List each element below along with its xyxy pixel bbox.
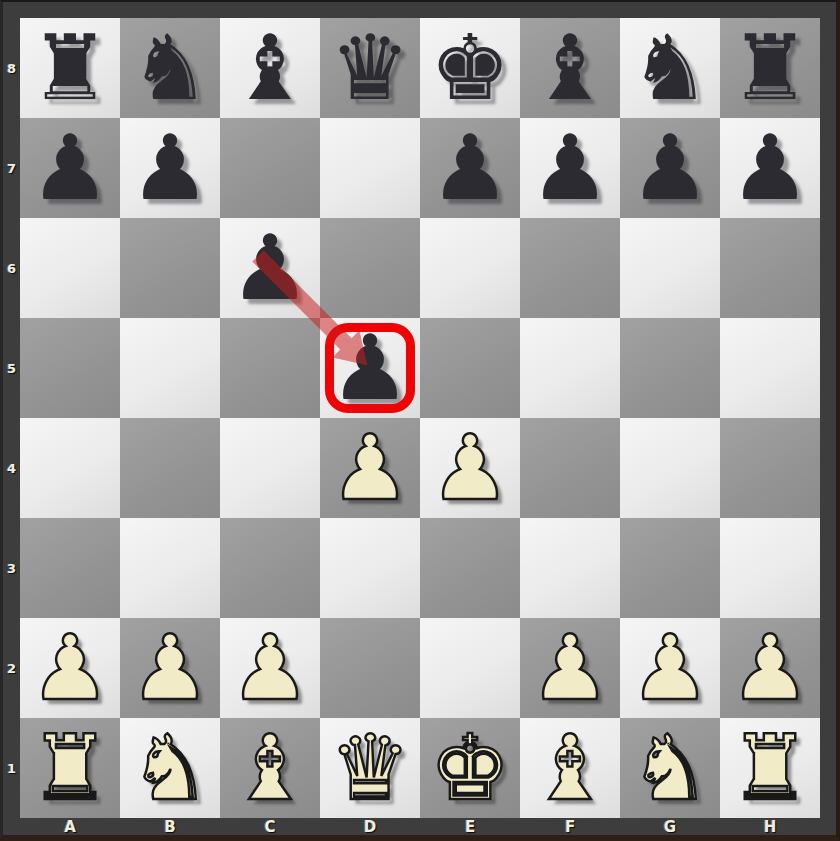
piece-black-rook[interactable]: ♜ bbox=[720, 18, 820, 118]
square-c8[interactable]: ♝ bbox=[220, 18, 320, 118]
piece-black-pawn[interactable]: ♟ bbox=[420, 118, 520, 218]
square-h4[interactable] bbox=[720, 418, 820, 518]
square-d4[interactable]: ♟ bbox=[320, 418, 420, 518]
piece-black-bishop[interactable]: ♝ bbox=[520, 18, 620, 118]
piece-white-queen[interactable]: ♛ bbox=[320, 718, 420, 818]
piece-black-queen[interactable]: ♛ bbox=[320, 18, 420, 118]
square-e3[interactable] bbox=[420, 518, 520, 618]
file-label-c: C bbox=[220, 818, 320, 835]
piece-white-pawn[interactable]: ♟ bbox=[220, 618, 320, 718]
rank-label-4: 4 bbox=[3, 418, 20, 518]
rank-label-1: 1 bbox=[3, 718, 20, 818]
square-f2[interactable]: ♟ bbox=[520, 618, 620, 718]
square-c3[interactable] bbox=[220, 518, 320, 618]
square-b3[interactable] bbox=[120, 518, 220, 618]
square-c7[interactable] bbox=[220, 118, 320, 218]
board: ♜♞♝♛♚♝♞♜♟♟♟♟♟♟♟♟♟♟♟♟♟♟♟♟♜♞♝♛♚♝♞♜ bbox=[20, 18, 820, 818]
chessboard-widget: ♜♞♝♛♚♝♞♜♟♟♟♟♟♟♟♟♟♟♟♟♟♟♟♟♜♞♝♛♚♝♞♜ 8765432… bbox=[0, 0, 840, 841]
square-a3[interactable] bbox=[20, 518, 120, 618]
square-a8[interactable]: ♜ bbox=[20, 18, 120, 118]
square-a4[interactable] bbox=[20, 418, 120, 518]
rank-label-5: 5 bbox=[3, 318, 20, 418]
file-label-d: D bbox=[320, 818, 420, 835]
square-f4[interactable] bbox=[520, 418, 620, 518]
piece-black-pawn[interactable]: ♟ bbox=[120, 118, 220, 218]
piece-white-pawn[interactable]: ♟ bbox=[620, 618, 720, 718]
square-g3[interactable] bbox=[620, 518, 720, 618]
rank-label-2: 2 bbox=[3, 618, 20, 718]
square-h7[interactable]: ♟ bbox=[720, 118, 820, 218]
square-e6[interactable] bbox=[420, 218, 520, 318]
piece-white-knight[interactable]: ♞ bbox=[620, 718, 720, 818]
piece-black-pawn[interactable]: ♟ bbox=[320, 318, 420, 418]
square-c6[interactable]: ♟ bbox=[220, 218, 320, 318]
square-h1[interactable]: ♜ bbox=[720, 718, 820, 818]
square-g2[interactable]: ♟ bbox=[620, 618, 720, 718]
file-label-a: A bbox=[20, 818, 120, 835]
file-label-g: G bbox=[620, 818, 720, 835]
piece-black-bishop[interactable]: ♝ bbox=[220, 18, 320, 118]
square-e8[interactable]: ♚ bbox=[420, 18, 520, 118]
square-d7[interactable] bbox=[320, 118, 420, 218]
piece-black-king[interactable]: ♚ bbox=[420, 18, 520, 118]
square-h2[interactable]: ♟ bbox=[720, 618, 820, 718]
square-h6[interactable] bbox=[720, 218, 820, 318]
piece-white-pawn[interactable]: ♟ bbox=[420, 418, 520, 518]
square-a7[interactable]: ♟ bbox=[20, 118, 120, 218]
file-label-h: H bbox=[720, 818, 820, 835]
square-c5[interactable] bbox=[220, 318, 320, 418]
square-h8[interactable]: ♜ bbox=[720, 18, 820, 118]
piece-black-knight[interactable]: ♞ bbox=[120, 18, 220, 118]
square-b5[interactable] bbox=[120, 318, 220, 418]
piece-black-pawn[interactable]: ♟ bbox=[220, 218, 320, 318]
rank-label-7: 7 bbox=[3, 118, 20, 218]
square-b7[interactable]: ♟ bbox=[120, 118, 220, 218]
file-label-b: B bbox=[120, 818, 220, 835]
piece-white-pawn[interactable]: ♟ bbox=[320, 418, 420, 518]
piece-white-bishop[interactable]: ♝ bbox=[520, 718, 620, 818]
piece-white-king[interactable]: ♚ bbox=[420, 718, 520, 818]
piece-black-pawn[interactable]: ♟ bbox=[20, 118, 120, 218]
square-d2[interactable] bbox=[320, 618, 420, 718]
square-c4[interactable] bbox=[220, 418, 320, 518]
piece-black-knight[interactable]: ♞ bbox=[620, 18, 720, 118]
file-labels: ABCDEFGH bbox=[20, 818, 820, 835]
square-g5[interactable] bbox=[620, 318, 720, 418]
square-d1[interactable]: ♛ bbox=[320, 718, 420, 818]
square-a5[interactable] bbox=[20, 318, 120, 418]
square-g4[interactable] bbox=[620, 418, 720, 518]
piece-black-pawn[interactable]: ♟ bbox=[720, 118, 820, 218]
piece-white-bishop[interactable]: ♝ bbox=[220, 718, 320, 818]
rank-label-8: 8 bbox=[3, 18, 20, 118]
square-c2[interactable]: ♟ bbox=[220, 618, 320, 718]
square-f1[interactable]: ♝ bbox=[520, 718, 620, 818]
square-h5[interactable] bbox=[720, 318, 820, 418]
square-c1[interactable]: ♝ bbox=[220, 718, 320, 818]
square-e5[interactable] bbox=[420, 318, 520, 418]
file-label-f: F bbox=[520, 818, 620, 835]
square-e4[interactable]: ♟ bbox=[420, 418, 520, 518]
piece-white-pawn[interactable]: ♟ bbox=[520, 618, 620, 718]
rank-labels: 87654321 bbox=[3, 18, 20, 818]
square-b8[interactable]: ♞ bbox=[120, 18, 220, 118]
piece-black-rook[interactable]: ♜ bbox=[20, 18, 120, 118]
piece-white-rook[interactable]: ♜ bbox=[720, 718, 820, 818]
square-h3[interactable] bbox=[720, 518, 820, 618]
square-g1[interactable]: ♞ bbox=[620, 718, 720, 818]
piece-black-pawn[interactable]: ♟ bbox=[620, 118, 720, 218]
square-a2[interactable]: ♟ bbox=[20, 618, 120, 718]
rank-label-3: 3 bbox=[3, 518, 20, 618]
square-f7[interactable]: ♟ bbox=[520, 118, 620, 218]
file-label-e: E bbox=[420, 818, 520, 835]
square-f3[interactable] bbox=[520, 518, 620, 618]
piece-white-pawn[interactable]: ♟ bbox=[720, 618, 820, 718]
square-a6[interactable] bbox=[20, 218, 120, 318]
square-d3[interactable] bbox=[320, 518, 420, 618]
square-b6[interactable] bbox=[120, 218, 220, 318]
piece-white-pawn[interactable]: ♟ bbox=[20, 618, 120, 718]
square-d8[interactable]: ♛ bbox=[320, 18, 420, 118]
rank-label-6: 6 bbox=[3, 218, 20, 318]
square-b2[interactable]: ♟ bbox=[120, 618, 220, 718]
square-e1[interactable]: ♚ bbox=[420, 718, 520, 818]
square-b1[interactable]: ♞ bbox=[120, 718, 220, 818]
square-e7[interactable]: ♟ bbox=[420, 118, 520, 218]
piece-black-pawn[interactable]: ♟ bbox=[520, 118, 620, 218]
square-f6[interactable] bbox=[520, 218, 620, 318]
square-f5[interactable] bbox=[520, 318, 620, 418]
square-g6[interactable] bbox=[620, 218, 720, 318]
piece-white-rook[interactable]: ♜ bbox=[20, 718, 120, 818]
square-d5[interactable]: ♟ bbox=[320, 318, 420, 418]
square-d6[interactable] bbox=[320, 218, 420, 318]
square-f8[interactable]: ♝ bbox=[520, 18, 620, 118]
square-g7[interactable]: ♟ bbox=[620, 118, 720, 218]
square-e2[interactable] bbox=[420, 618, 520, 718]
piece-white-knight[interactable]: ♞ bbox=[120, 718, 220, 818]
square-a1[interactable]: ♜ bbox=[20, 718, 120, 818]
square-b4[interactable] bbox=[120, 418, 220, 518]
piece-white-pawn[interactable]: ♟ bbox=[120, 618, 220, 718]
square-g8[interactable]: ♞ bbox=[620, 18, 720, 118]
